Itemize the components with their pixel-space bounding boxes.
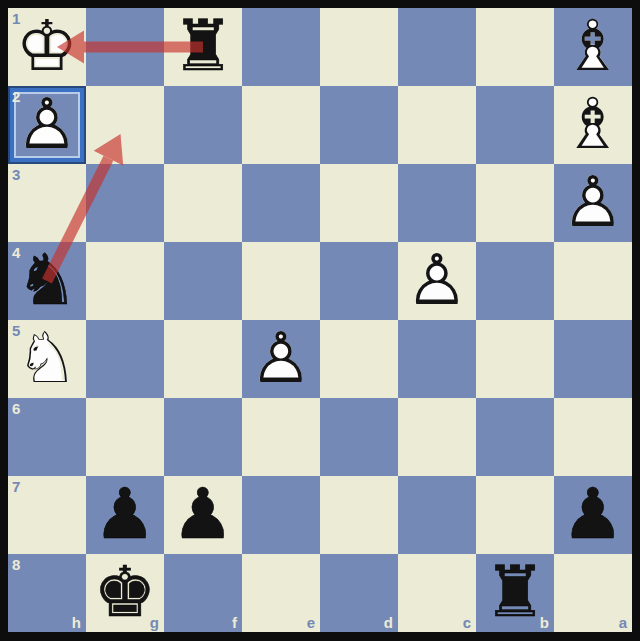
square-h8[interactable]: 8h [8,554,86,632]
white-pawn-outline-icon: ♙ [242,320,320,398]
file-label-c: c [463,615,471,630]
square-b7[interactable] [476,476,554,554]
white-pawn-outline-icon: ♙ [554,164,632,242]
file-label-f: f [232,615,237,630]
square-a4[interactable] [554,242,632,320]
square-d6[interactable] [320,398,398,476]
white-king-outline-icon: ♔ [8,8,86,86]
square-f7[interactable]: ♟ [164,476,242,554]
square-a6[interactable] [554,398,632,476]
square-d8[interactable]: d [320,554,398,632]
white-knight-outline-icon: ♘ [8,320,86,398]
square-b3[interactable] [476,164,554,242]
square-e7[interactable] [242,476,320,554]
white-pawn-outline-icon: ♙ [398,242,476,320]
square-g1[interactable] [86,8,164,86]
white-bishop-outline-icon: ♗ [554,8,632,86]
square-f1[interactable]: ♜ [164,8,242,86]
black-pawn-icon: ♟ [554,476,632,554]
square-b5[interactable] [476,320,554,398]
black-knight-icon: ♞ [8,242,86,320]
square-c8[interactable]: c [398,554,476,632]
file-label-a: a [619,615,627,630]
piece-black-pawn-a7[interactable]: ♟ [554,476,632,554]
square-e8[interactable]: e [242,554,320,632]
square-b4[interactable] [476,242,554,320]
piece-white-pawn-c4[interactable]: ♟♙ [398,242,476,320]
chess-board: 1♚♔♜♝♗2♟♙♝♗3♟♙4♞♟♙5♞♘♟♙67♟♟♟8hg♚fedcb♜a [8,8,632,632]
square-g3[interactable] [86,164,164,242]
rank-label-8: 8 [12,557,20,572]
square-g2[interactable] [86,86,164,164]
square-a3[interactable]: ♟♙ [554,164,632,242]
square-a2[interactable]: ♝♗ [554,86,632,164]
black-rook-icon: ♜ [164,8,242,86]
square-d5[interactable] [320,320,398,398]
square-d1[interactable] [320,8,398,86]
square-f5[interactable] [164,320,242,398]
square-d7[interactable] [320,476,398,554]
piece-white-bishop-a2[interactable]: ♝♗ [554,86,632,164]
white-pawn-outline-icon: ♙ [8,86,86,164]
square-e2[interactable] [242,86,320,164]
square-b2[interactable] [476,86,554,164]
file-label-e: e [307,615,315,630]
piece-black-rook-f1[interactable]: ♜ [164,8,242,86]
square-h4[interactable]: 4♞ [8,242,86,320]
square-b6[interactable] [476,398,554,476]
piece-black-rook-b8[interactable]: ♜ [476,554,554,632]
square-c5[interactable] [398,320,476,398]
square-a1[interactable]: ♝♗ [554,8,632,86]
black-king-icon: ♚ [86,554,164,632]
black-pawn-icon: ♟ [86,476,164,554]
square-e4[interactable] [242,242,320,320]
piece-white-knight-h5[interactable]: ♞♘ [8,320,86,398]
white-bishop-outline-icon: ♗ [554,86,632,164]
square-c7[interactable] [398,476,476,554]
square-h2[interactable]: 2♟♙ [8,86,86,164]
square-c4[interactable]: ♟♙ [398,242,476,320]
square-g5[interactable] [86,320,164,398]
square-a8[interactable]: a [554,554,632,632]
square-c6[interactable] [398,398,476,476]
square-g7[interactable]: ♟ [86,476,164,554]
square-e6[interactable] [242,398,320,476]
square-f8[interactable]: f [164,554,242,632]
square-e1[interactable] [242,8,320,86]
square-h5[interactable]: 5♞♘ [8,320,86,398]
black-rook-icon: ♜ [476,554,554,632]
square-h3[interactable]: 3 [8,164,86,242]
square-a7[interactable]: ♟ [554,476,632,554]
square-f4[interactable] [164,242,242,320]
square-h6[interactable]: 6 [8,398,86,476]
rank-label-6: 6 [12,401,20,416]
piece-white-pawn-h2[interactable]: ♟♙ [8,86,86,164]
rank-label-3: 3 [12,167,20,182]
piece-black-pawn-g7[interactable]: ♟ [86,476,164,554]
square-d3[interactable] [320,164,398,242]
square-e5[interactable]: ♟♙ [242,320,320,398]
square-b1[interactable] [476,8,554,86]
piece-black-pawn-f7[interactable]: ♟ [164,476,242,554]
square-e3[interactable] [242,164,320,242]
square-f6[interactable] [164,398,242,476]
square-a5[interactable] [554,320,632,398]
file-label-d: d [384,615,393,630]
square-f2[interactable] [164,86,242,164]
piece-white-pawn-e5[interactable]: ♟♙ [242,320,320,398]
square-c2[interactable] [398,86,476,164]
square-g6[interactable] [86,398,164,476]
square-c1[interactable] [398,8,476,86]
black-pawn-icon: ♟ [164,476,242,554]
piece-black-king-g8[interactable]: ♚ [86,554,164,632]
square-d4[interactable] [320,242,398,320]
piece-white-king-h1[interactable]: ♚♔ [8,8,86,86]
square-d2[interactable] [320,86,398,164]
square-g8[interactable]: g♚ [86,554,164,632]
piece-white-bishop-a1[interactable]: ♝♗ [554,8,632,86]
square-h1[interactable]: 1♚♔ [8,8,86,86]
square-b8[interactable]: b♜ [476,554,554,632]
square-h7[interactable]: 7 [8,476,86,554]
piece-white-pawn-a3[interactable]: ♟♙ [554,164,632,242]
file-label-h: h [72,615,81,630]
square-g4[interactable] [86,242,164,320]
piece-black-knight-h4[interactable]: ♞ [8,242,86,320]
square-c3[interactable] [398,164,476,242]
rank-label-7: 7 [12,479,20,494]
square-f3[interactable] [164,164,242,242]
